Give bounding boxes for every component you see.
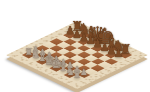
piece-white-rook[interactable]: ♜ [73, 70, 82, 80]
piece-black-pawn[interactable]: ♟ [113, 49, 123, 60]
chess-set-photo: ♜♞♝♛♚♝♞♜♟♟♟♟♟♟♟♟♟♟♟♟♟♟♟♟♜♞♝♛♚♝♞♜ [0, 0, 150, 92]
